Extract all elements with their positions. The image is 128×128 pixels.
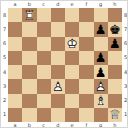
- square-h4[interactable]: [108, 65, 122, 79]
- square-e2[interactable]: [65, 94, 79, 108]
- file-label: g: [94, 1, 108, 8]
- file-label: h: [108, 122, 122, 128]
- square-b1[interactable]: [22, 108, 36, 122]
- square-d5[interactable]: [51, 51, 65, 65]
- rank-label: 5: [1, 51, 8, 65]
- white-rook-glyph: ♖: [24, 9, 36, 22]
- rank-label: 7: [1, 22, 8, 36]
- file-label: a: [8, 1, 22, 8]
- square-c6[interactable]: [37, 37, 51, 51]
- white-king-fill: ♚: [67, 38, 78, 50]
- square-h2[interactable]: [108, 94, 122, 108]
- rank-label: 6: [1, 37, 8, 51]
- square-g8[interactable]: [94, 8, 108, 22]
- square-b6[interactable]: [22, 37, 36, 51]
- white-queen-glyph: ♕: [109, 108, 121, 121]
- rank-label: 3: [122, 79, 128, 93]
- square-c2[interactable]: [37, 94, 51, 108]
- white-pawn[interactable]: ♟♙: [51, 79, 65, 93]
- file-labels-bottom: abcdefgh: [8, 122, 122, 128]
- black-king-glyph: ♚: [109, 23, 121, 36]
- square-f5[interactable]: [79, 51, 93, 65]
- square-h1[interactable]: ♛♕: [108, 108, 122, 122]
- white-king-glyph: ♔: [66, 37, 78, 50]
- rank-label: 1: [122, 108, 128, 122]
- square-h6[interactable]: ♟: [108, 37, 122, 51]
- white-bishop[interactable]: ♝♗: [94, 94, 108, 108]
- rank-label: 7: [122, 22, 128, 36]
- square-c4[interactable]: [37, 65, 51, 79]
- square-b2[interactable]: [22, 94, 36, 108]
- rank-label: 1: [1, 108, 8, 122]
- square-a8[interactable]: [8, 8, 22, 22]
- black-pawn[interactable]: ♟: [108, 37, 122, 51]
- white-pawn[interactable]: ♟♙: [94, 79, 108, 93]
- file-label: b: [22, 122, 36, 128]
- square-h3[interactable]: [108, 79, 122, 93]
- rank-label: 2: [1, 94, 8, 108]
- square-c1[interactable]: [37, 108, 51, 122]
- white-pawn-glyph: ♙: [95, 80, 107, 93]
- white-rook-fill: ♜: [24, 9, 35, 21]
- square-c7[interactable]: [37, 22, 51, 36]
- black-pawn-glyph: ♟: [95, 66, 107, 79]
- white-bishop-fill: ♝: [95, 95, 106, 107]
- square-g1[interactable]: [94, 108, 108, 122]
- square-b8[interactable]: ♜♖: [22, 8, 36, 22]
- rank-label: 4: [1, 65, 8, 79]
- rank-labels-right: 87654321: [122, 8, 128, 122]
- square-a1[interactable]: [8, 108, 22, 122]
- square-d7[interactable]: [51, 22, 65, 36]
- square-f6[interactable]: [79, 37, 93, 51]
- square-g3[interactable]: ♟♙: [94, 79, 108, 93]
- square-g4[interactable]: ♟: [94, 65, 108, 79]
- rank-label: 6: [122, 37, 128, 51]
- square-h7[interactable]: ♚: [108, 22, 122, 36]
- white-pawn-glyph: ♙: [52, 80, 64, 93]
- square-d1[interactable]: [51, 108, 65, 122]
- square-a3[interactable]: [8, 79, 22, 93]
- file-label: c: [37, 122, 51, 128]
- square-a2[interactable]: [8, 94, 22, 108]
- square-a6[interactable]: [8, 37, 22, 51]
- file-label: f: [79, 1, 93, 8]
- file-labels-top: abcdefgh: [8, 1, 122, 8]
- file-label: f: [79, 122, 93, 128]
- square-d6[interactable]: [51, 37, 65, 51]
- square-b5[interactable]: [22, 51, 36, 65]
- square-a5[interactable]: [8, 51, 22, 65]
- black-pawn-glyph: ♟: [95, 23, 107, 36]
- square-f3[interactable]: [79, 79, 93, 93]
- square-a4[interactable]: [8, 65, 22, 79]
- square-f1[interactable]: [79, 108, 93, 122]
- white-bishop-glyph: ♗: [95, 94, 107, 107]
- square-g5[interactable]: ♟: [94, 51, 108, 65]
- white-queen[interactable]: ♛♕: [108, 108, 122, 122]
- square-d2[interactable]: [51, 94, 65, 108]
- black-pawn-glyph: ♟: [95, 51, 107, 64]
- rank-label: 5: [122, 51, 128, 65]
- file-label: h: [108, 1, 122, 8]
- square-e6[interactable]: ♚♔: [65, 37, 79, 51]
- black-pawn[interactable]: ♟: [94, 22, 108, 36]
- white-pawn-fill: ♟: [53, 80, 64, 92]
- square-f2[interactable]: [79, 94, 93, 108]
- chess-board: ♜♖♟♚♚♔♟♟♟♟♙♟♙♝♗♛♕: [8, 8, 122, 122]
- file-label: b: [22, 1, 36, 8]
- file-label: e: [65, 1, 79, 8]
- square-d8[interactable]: [51, 8, 65, 22]
- square-a7[interactable]: [8, 22, 22, 36]
- square-h8[interactable]: [108, 8, 122, 22]
- square-g7[interactable]: ♟: [94, 22, 108, 36]
- square-f7[interactable]: [79, 22, 93, 36]
- square-e1[interactable]: [65, 108, 79, 122]
- white-king[interactable]: ♚♔: [65, 37, 79, 51]
- file-label: a: [8, 122, 22, 128]
- rank-label: 8: [1, 8, 8, 22]
- square-d4[interactable]: [51, 65, 65, 79]
- square-e3[interactable]: [65, 79, 79, 93]
- square-c5[interactable]: [37, 51, 51, 65]
- rank-label: 2: [122, 94, 128, 108]
- black-pawn-glyph: ♟: [109, 37, 121, 50]
- square-f4[interactable]: [79, 65, 93, 79]
- rank-label: 3: [1, 79, 8, 93]
- square-e4[interactable]: [65, 65, 79, 79]
- file-label: c: [37, 1, 51, 8]
- file-label: d: [51, 122, 65, 128]
- square-e5[interactable]: [65, 51, 79, 65]
- file-label: d: [51, 1, 65, 8]
- square-f8[interactable]: [79, 8, 93, 22]
- black-king[interactable]: ♚: [108, 22, 122, 36]
- square-e7[interactable]: [65, 22, 79, 36]
- square-e8[interactable]: [65, 8, 79, 22]
- square-b3[interactable]: [22, 79, 36, 93]
- chess-diagram: abcdefgh 87654321 87654321 abcdefgh ♜♖♟♚…: [0, 0, 128, 128]
- white-rook[interactable]: ♜♖: [22, 8, 36, 22]
- square-g6[interactable]: [94, 37, 108, 51]
- square-b7[interactable]: [22, 22, 36, 36]
- black-pawn[interactable]: ♟: [94, 51, 108, 65]
- black-pawn[interactable]: ♟: [94, 65, 108, 79]
- white-queen-fill: ♛: [110, 109, 121, 121]
- square-g2[interactable]: ♝♗: [94, 94, 108, 108]
- rank-labels-left: 87654321: [1, 8, 8, 122]
- square-d3[interactable]: ♟♙: [51, 79, 65, 93]
- rank-label: 8: [122, 8, 128, 22]
- file-label: e: [65, 122, 79, 128]
- square-c8[interactable]: [37, 8, 51, 22]
- square-h5[interactable]: [108, 51, 122, 65]
- file-label: g: [94, 122, 108, 128]
- square-b4[interactable]: [22, 65, 36, 79]
- square-c3[interactable]: [37, 79, 51, 93]
- white-pawn-fill: ♟: [95, 80, 106, 92]
- rank-label: 4: [122, 65, 128, 79]
